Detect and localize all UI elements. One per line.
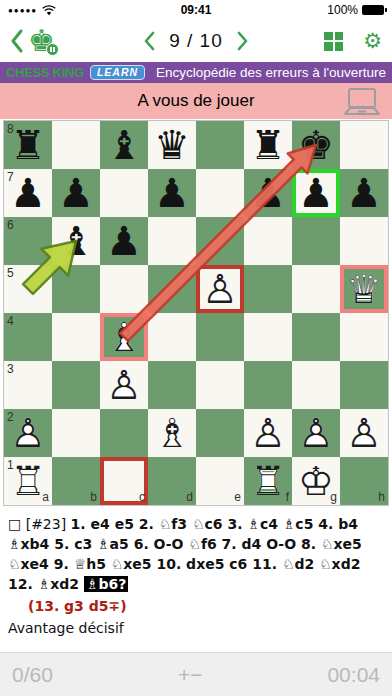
square-g2[interactable]: ♟♙ xyxy=(292,409,340,457)
square-c8[interactable]: ♝ xyxy=(100,121,148,169)
square-a2[interactable]: 2♟♙ xyxy=(4,409,52,457)
square-h4[interactable] xyxy=(340,313,388,361)
brand-bar: CHESS KING LEARN Encyclopédie des erreur… xyxy=(0,62,392,83)
square-g1[interactable]: g♚♔ xyxy=(292,457,340,505)
exercise-counter: 9 / 10 xyxy=(169,30,223,52)
square-h6[interactable] xyxy=(340,217,388,265)
square-g8[interactable]: ♚ xyxy=(292,121,340,169)
square-f5[interactable] xyxy=(244,265,292,313)
square-f8[interactable]: ♜ xyxy=(244,121,292,169)
square-f3[interactable] xyxy=(244,361,292,409)
square-d6[interactable] xyxy=(148,217,196,265)
square-b6[interactable]: ♝ xyxy=(52,217,100,265)
file-label: d xyxy=(186,491,193,503)
white-rook[interactable]: ♜♖ xyxy=(6,459,50,503)
square-c5[interactable] xyxy=(100,265,148,313)
computer-icon[interactable] xyxy=(342,87,382,117)
square-d8[interactable]: ♛ xyxy=(148,121,196,169)
square-c7[interactable] xyxy=(100,169,148,217)
square-f2[interactable]: ♟♙ xyxy=(244,409,292,457)
rank-label: 4 xyxy=(7,315,14,327)
settings-button[interactable]: ⚙ xyxy=(363,31,382,52)
course-title: Encyclopédie des erreurs à l'ouverture xyxy=(156,65,386,80)
variation-line[interactable]: (13. g3 d5∓) xyxy=(28,596,384,616)
move-list[interactable]: □ [#23] 1. e4 e5 2. ♘f3 ♘c6 3. ♗c4 ♗c5 4… xyxy=(0,506,392,638)
square-d7[interactable]: ♟ xyxy=(148,169,196,217)
white-pawn[interactable]: ♟♙ xyxy=(246,411,290,455)
black-rook[interactable]: ♜ xyxy=(246,123,290,167)
square-b8[interactable] xyxy=(52,121,100,169)
square-b5[interactable] xyxy=(52,265,100,313)
evaluation-text: Avantage décisif xyxy=(8,618,384,638)
square-e4[interactable] xyxy=(196,313,244,361)
black-pawn[interactable]: ♟ xyxy=(150,171,194,215)
square-c6[interactable]: ♟ xyxy=(100,217,148,265)
next-exercise-button[interactable] xyxy=(237,31,249,51)
signal-strength-icon: ●●●●● xyxy=(8,6,37,15)
square-f4[interactable] xyxy=(244,313,292,361)
square-b7[interactable]: ♟ xyxy=(52,169,100,217)
turn-prompt-text: A vous de jouer xyxy=(137,91,254,111)
black-bishop[interactable]: ♝ xyxy=(54,219,98,263)
score-counter: 0/60 xyxy=(12,663,53,687)
square-h1[interactable]: h xyxy=(340,457,388,505)
rank-label: 5 xyxy=(7,267,14,279)
white-pawn[interactable]: ♟♙ xyxy=(342,411,386,455)
square-h3[interactable] xyxy=(340,361,388,409)
white-pawn[interactable]: ♟♙ xyxy=(294,411,338,455)
square-b3[interactable] xyxy=(52,361,100,409)
square-a7[interactable]: 7♟ xyxy=(4,169,52,217)
previous-exercise-button[interactable] xyxy=(143,31,155,51)
black-king[interactable]: ♚ xyxy=(294,123,338,167)
square-f1[interactable]: f♜♖ xyxy=(244,457,292,505)
white-bishop[interactable]: ♝♗ xyxy=(102,315,146,359)
square-a1[interactable]: 1a♜♖ xyxy=(4,457,52,505)
square-a5[interactable]: 5 xyxy=(4,265,52,313)
square-h7[interactable]: ♟ xyxy=(340,169,388,217)
white-king[interactable]: ♚♔ xyxy=(294,459,338,503)
square-a4[interactable]: 4 xyxy=(4,313,52,361)
square-g5[interactable] xyxy=(292,265,340,313)
square-d1[interactable]: d xyxy=(148,457,196,505)
nav-bar: ♚ 9 / 10 ⚙ xyxy=(0,20,392,62)
white-bishop[interactable]: ♝♗ xyxy=(150,411,194,455)
square-h8[interactable] xyxy=(340,121,388,169)
white-pawn[interactable]: ♟♙ xyxy=(198,267,242,311)
exercise-list-button[interactable] xyxy=(324,32,343,51)
black-pawn[interactable]: ♟ xyxy=(294,171,338,215)
square-g3[interactable] xyxy=(292,361,340,409)
black-pawn[interactable]: ♟ xyxy=(102,219,146,263)
square-a3[interactable]: 3 xyxy=(4,361,52,409)
rank-label: 3 xyxy=(7,363,14,375)
square-h5[interactable]: ♛♕ xyxy=(340,265,388,313)
square-d3[interactable] xyxy=(148,361,196,409)
square-b2[interactable] xyxy=(52,409,100,457)
app-window: ●●●●● 09:41 100% ♚ 9 / 10 xyxy=(0,0,392,696)
black-pawn[interactable]: ♟ xyxy=(246,171,290,215)
square-f6[interactable] xyxy=(244,217,292,265)
square-e2[interactable] xyxy=(196,409,244,457)
square-e8[interactable] xyxy=(196,121,244,169)
square-d4[interactable] xyxy=(148,313,196,361)
black-pawn[interactable]: ♟ xyxy=(342,171,386,215)
square-a8[interactable]: 8♜ xyxy=(4,121,52,169)
timer: 00:04 xyxy=(327,663,380,687)
white-rook[interactable]: ♜♖ xyxy=(246,459,290,503)
white-queen[interactable]: ♛♕ xyxy=(342,267,386,311)
rank-label: 6 xyxy=(7,219,14,231)
square-c2[interactable] xyxy=(100,409,148,457)
square-e7[interactable] xyxy=(196,169,244,217)
board-size-stepper[interactable]: +− xyxy=(178,663,203,687)
square-e3[interactable] xyxy=(196,361,244,409)
square-g4[interactable] xyxy=(292,313,340,361)
square-h2[interactable]: ♟♙ xyxy=(340,409,388,457)
square-d2[interactable]: ♝♗ xyxy=(148,409,196,457)
exercise-label: □ [#23] xyxy=(8,516,71,532)
square-c3[interactable]: ♟♙ xyxy=(100,361,148,409)
square-c4[interactable]: ♝♗ xyxy=(100,313,148,361)
square-a6[interactable]: 6 xyxy=(4,217,52,265)
black-pawn[interactable]: ♟ xyxy=(54,171,98,215)
turn-prompt-bar: A vous de jouer xyxy=(0,83,392,119)
black-queen[interactable]: ♛ xyxy=(150,123,194,167)
status-bar: ●●●●● 09:41 100% xyxy=(0,0,392,20)
square-b1[interactable]: b xyxy=(52,457,100,505)
square-c1[interactable]: c xyxy=(100,457,148,505)
square-g6[interactable] xyxy=(292,217,340,265)
square-e6[interactable] xyxy=(196,217,244,265)
wifi-icon xyxy=(42,5,56,16)
bottom-toolbar: 0/60 +− 00:04 xyxy=(0,652,392,696)
square-e1[interactable]: e xyxy=(196,457,244,505)
white-pawn[interactable]: ♟♙ xyxy=(6,411,50,455)
black-bishop[interactable]: ♝ xyxy=(102,123,146,167)
battery-icon xyxy=(362,5,384,15)
chess-board: 8♜♝♛♜♚7♟♟♟♟♟♟6♝♟5♟♙♛♕4♝♗3♟♙2♟♙♝♗♟♙♟♙♟♙1a… xyxy=(3,120,389,506)
battery-percent: 100% xyxy=(327,3,358,17)
file-label: e xyxy=(234,491,241,503)
square-f7[interactable]: ♟ xyxy=(244,169,292,217)
black-pawn[interactable]: ♟ xyxy=(6,171,50,215)
square-b4[interactable] xyxy=(52,313,100,361)
square-e5[interactable]: ♟♙ xyxy=(196,265,244,313)
black-rook[interactable]: ♜ xyxy=(6,123,50,167)
file-label: h xyxy=(378,491,385,503)
chess-king-wordmark: CHESS KING xyxy=(6,65,84,80)
learn-badge: LEARN xyxy=(90,65,145,80)
square-d5[interactable] xyxy=(148,265,196,313)
file-label: c xyxy=(139,491,145,503)
file-label: b xyxy=(90,491,97,503)
selected-move[interactable]: ♗b6? xyxy=(84,576,128,592)
white-pawn[interactable]: ♟♙ xyxy=(102,363,146,407)
square-g7[interactable]: ♟ xyxy=(292,169,340,217)
